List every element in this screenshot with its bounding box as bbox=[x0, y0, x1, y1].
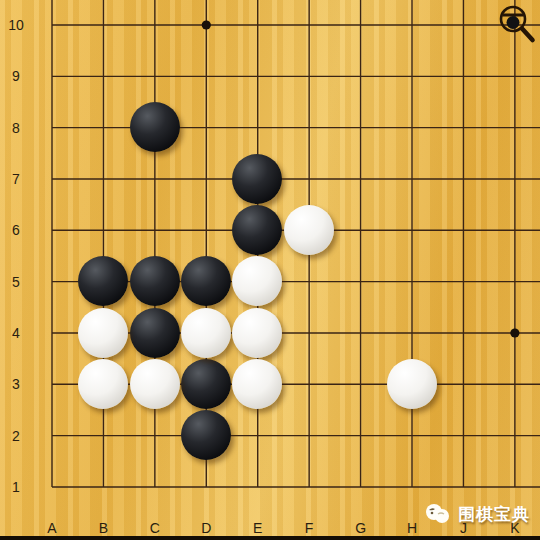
stone-white-B4[interactable] bbox=[78, 308, 128, 358]
stone-black-C8[interactable] bbox=[130, 102, 180, 152]
col-label-C: C bbox=[144, 521, 166, 535]
row-label-9: 9 bbox=[3, 69, 29, 83]
logo-text: 围棋宝典 bbox=[458, 503, 530, 526]
col-label-B: B bbox=[92, 521, 114, 535]
stone-white-E3[interactable] bbox=[232, 359, 282, 409]
stone-black-D5[interactable] bbox=[181, 256, 231, 306]
row-label-6: 6 bbox=[3, 223, 29, 237]
stone-black-E7[interactable] bbox=[232, 154, 282, 204]
stone-white-F6[interactable] bbox=[284, 205, 334, 255]
goban[interactable] bbox=[26, 0, 540, 512]
col-label-H: H bbox=[401, 521, 423, 535]
row-label-4: 4 bbox=[3, 326, 29, 340]
stone-white-E4[interactable] bbox=[232, 308, 282, 358]
row-label-10: 10 bbox=[3, 18, 29, 32]
row-label-1: 1 bbox=[3, 480, 29, 494]
stone-white-D4[interactable] bbox=[181, 308, 231, 358]
stone-black-C5[interactable] bbox=[130, 256, 180, 306]
stone-white-E5[interactable] bbox=[232, 256, 282, 306]
stone-black-D3[interactable] bbox=[181, 359, 231, 409]
row-label-8: 8 bbox=[3, 121, 29, 135]
col-label-A: A bbox=[41, 521, 63, 535]
col-label-F: F bbox=[298, 521, 320, 535]
app-logo: 围棋宝典 bbox=[425, 502, 530, 526]
logo-stones-icon bbox=[425, 502, 453, 526]
stone-black-D2[interactable] bbox=[181, 410, 231, 460]
stone-black-E6[interactable] bbox=[232, 205, 282, 255]
stone-white-B3[interactable] bbox=[78, 359, 128, 409]
go-app-screen: 10987654321 ABCDEFGHJK 围棋宝典 bbox=[0, 0, 540, 540]
stone-black-B5[interactable] bbox=[78, 256, 128, 306]
col-label-E: E bbox=[247, 521, 269, 535]
bottom-border-bar bbox=[0, 536, 540, 540]
row-label-7: 7 bbox=[3, 172, 29, 186]
row-label-3: 3 bbox=[3, 377, 29, 391]
stone-white-C3[interactable] bbox=[130, 359, 180, 409]
magnifier-zoom-icon[interactable] bbox=[494, 0, 540, 46]
row-label-2: 2 bbox=[3, 429, 29, 443]
stone-white-H3[interactable] bbox=[387, 359, 437, 409]
stone-black-C4[interactable] bbox=[130, 308, 180, 358]
col-label-D: D bbox=[195, 521, 217, 535]
row-label-5: 5 bbox=[3, 275, 29, 289]
col-label-G: G bbox=[350, 521, 372, 535]
